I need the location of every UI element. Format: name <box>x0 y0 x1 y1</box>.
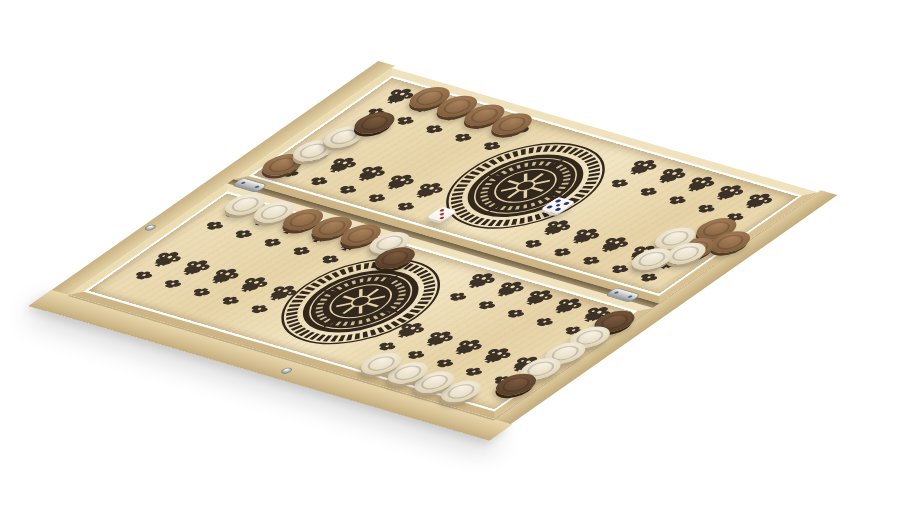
die-pip <box>555 204 561 207</box>
die-pip <box>555 199 561 202</box>
board <box>69 68 818 419</box>
die-pip <box>563 202 569 205</box>
die-pip <box>439 213 444 216</box>
die-pip <box>439 209 444 212</box>
die-pip <box>546 205 552 208</box>
product-photo-stage <box>0 0 899 520</box>
die-pip <box>555 208 561 211</box>
die-pip <box>439 217 444 220</box>
